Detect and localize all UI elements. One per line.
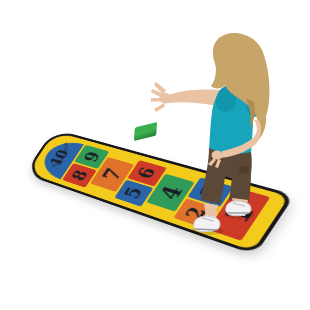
product-photo-hopscotch-mat: HOPSCOTCH 10 9 8 7 6 5 4 3 2 1 (0, 0, 310, 310)
square-9-number: 9 (81, 150, 103, 164)
square-8-number: 8 (69, 168, 91, 182)
child-figure (150, 28, 275, 243)
square-7-number: 7 (98, 166, 125, 183)
square-5-number: 5 (121, 185, 146, 201)
